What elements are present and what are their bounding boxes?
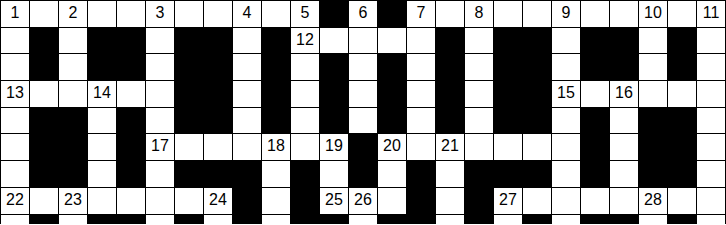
cell-r4c6[interactable] xyxy=(146,81,175,108)
cell-r9c16[interactable] xyxy=(436,215,465,225)
cell-r6c3-black xyxy=(59,134,88,161)
clue-number-5: 5 xyxy=(301,1,310,22)
cell-r8c25[interactable] xyxy=(697,188,726,215)
cell-r4c17[interactable] xyxy=(465,81,494,108)
cell-r1c7[interactable] xyxy=(175,1,204,28)
cell-r2c17[interactable] xyxy=(465,28,494,55)
cell-r1c23[interactable]: 10 xyxy=(639,1,668,28)
cell-r3c16-black xyxy=(436,54,465,81)
cell-r1c21[interactable] xyxy=(581,1,610,28)
cell-r5c5-black xyxy=(117,108,146,135)
cell-r8c19[interactable] xyxy=(523,188,552,215)
cell-r1c4[interactable] xyxy=(88,1,117,28)
cell-r4c11[interactable] xyxy=(291,81,320,108)
cell-r7c7-black xyxy=(175,161,204,188)
cell-r4c20[interactable]: 15 xyxy=(552,81,581,108)
cell-r8c11-black xyxy=(291,188,320,215)
cell-r7c16[interactable] xyxy=(436,161,465,188)
clue-number-25: 25 xyxy=(325,188,343,209)
cell-r6c2-black xyxy=(30,134,59,161)
cell-r4c2[interactable] xyxy=(30,81,59,108)
clue-number-19: 19 xyxy=(325,134,343,155)
cell-r7c1[interactable] xyxy=(1,161,30,188)
cell-r5c11[interactable] xyxy=(291,108,320,135)
cell-r7c15-black xyxy=(407,161,436,188)
cell-r4c21[interactable] xyxy=(581,81,610,108)
cell-r9c10[interactable] xyxy=(262,215,291,225)
cell-r3c12-black xyxy=(320,54,349,81)
cell-r3c10-black xyxy=(262,54,291,81)
cell-r8c20[interactable] xyxy=(552,188,581,215)
clue-number-16: 16 xyxy=(615,81,633,102)
clue-number-21: 21 xyxy=(441,134,459,155)
cell-r8c7[interactable] xyxy=(175,188,204,215)
cell-r6c18[interactable] xyxy=(494,134,523,161)
cell-r6c16[interactable]: 21 xyxy=(436,134,465,161)
cell-r2c5-black xyxy=(117,28,146,55)
cell-r3c3[interactable] xyxy=(59,54,88,81)
cell-r8c6[interactable] xyxy=(146,188,175,215)
cell-r5c20[interactable] xyxy=(552,108,581,135)
cell-r7c13-black xyxy=(349,161,378,188)
cell-r2c22-black xyxy=(610,28,639,55)
cell-r8c23[interactable]: 28 xyxy=(639,188,668,215)
cell-r3c17[interactable] xyxy=(465,54,494,81)
clue-number-24: 24 xyxy=(209,188,227,209)
cell-r1c25[interactable]: 11 xyxy=(697,1,726,28)
cell-r6c1[interactable] xyxy=(1,134,30,161)
clue-number-9: 9 xyxy=(562,1,571,22)
cell-r7c3-black xyxy=(59,161,88,188)
cell-r4c7-black xyxy=(175,81,204,108)
cell-r6c8[interactable] xyxy=(204,134,233,161)
cell-r8c9-black xyxy=(233,188,262,215)
cell-r8c2[interactable] xyxy=(30,188,59,215)
clue-number-8: 8 xyxy=(475,1,484,22)
cell-r4c8-black xyxy=(204,81,233,108)
cell-r1c1[interactable]: 1 xyxy=(1,1,30,28)
cell-r9c22-black xyxy=(610,215,639,225)
cell-r1c8[interactable] xyxy=(204,1,233,28)
cell-r2c23[interactable] xyxy=(639,28,668,55)
crossword-board: 1234567891011121314151617181920212223242… xyxy=(0,0,726,224)
cell-r2c19-black xyxy=(523,28,552,55)
cell-r6c11[interactable] xyxy=(291,134,320,161)
cell-r9c3[interactable] xyxy=(59,215,88,225)
cell-r6c21-black xyxy=(581,134,610,161)
cell-r3c20[interactable] xyxy=(552,54,581,81)
clue-number-28: 28 xyxy=(644,188,662,209)
cell-r6c13-black xyxy=(349,134,378,161)
cell-r9c11-black xyxy=(291,215,320,225)
cell-r3c2-black xyxy=(30,54,59,81)
cell-r4c18-black xyxy=(494,81,523,108)
cell-r3c5-black xyxy=(117,54,146,81)
cell-r8c5[interactable] xyxy=(117,188,146,215)
clue-number-22: 22 xyxy=(6,188,24,209)
cell-r5c6[interactable] xyxy=(146,108,175,135)
cell-r7c6[interactable] xyxy=(146,161,175,188)
cell-r1c6[interactable]: 3 xyxy=(146,1,175,28)
cell-r3c6[interactable] xyxy=(146,54,175,81)
cell-r3c1[interactable] xyxy=(1,54,30,81)
cell-r7c10[interactable] xyxy=(262,161,291,188)
crossword-grid: 1234567891011121314151617181920212223242… xyxy=(0,0,726,224)
cell-r3c15[interactable] xyxy=(407,54,436,81)
cell-r4c3[interactable] xyxy=(59,81,88,108)
cell-r5c15[interactable] xyxy=(407,108,436,135)
cell-r3c8-black xyxy=(204,54,233,81)
cell-r1c14-black xyxy=(378,1,407,28)
cell-r5c2-black xyxy=(30,108,59,135)
cell-r6c12[interactable]: 19 xyxy=(320,134,349,161)
clue-number-1: 1 xyxy=(11,1,20,22)
cell-r7c20[interactable] xyxy=(552,161,581,188)
cell-r7c11-black xyxy=(291,161,320,188)
cell-r9c5-black xyxy=(117,215,146,225)
clue-number-2: 2 xyxy=(69,1,78,22)
cell-r5c8-black xyxy=(204,108,233,135)
cell-r6c20[interactable] xyxy=(552,134,581,161)
cell-r9c12-black xyxy=(320,215,349,225)
cell-r1c18[interactable] xyxy=(494,1,523,28)
cell-r2c15[interactable] xyxy=(407,28,436,55)
cell-r6c10[interactable]: 18 xyxy=(262,134,291,161)
cell-r1c17[interactable]: 8 xyxy=(465,1,494,28)
cell-r3c24-black xyxy=(668,54,697,81)
cell-r9c18[interactable] xyxy=(494,215,523,225)
cell-r2c25[interactable] xyxy=(697,28,726,55)
cell-r5c13[interactable] xyxy=(349,108,378,135)
cell-r6c19[interactable] xyxy=(523,134,552,161)
cell-r2c13[interactable] xyxy=(349,28,378,55)
cell-r1c10[interactable] xyxy=(262,1,291,28)
cell-r7c22[interactable] xyxy=(610,161,639,188)
clue-number-11: 11 xyxy=(703,1,720,22)
cell-r2c14[interactable] xyxy=(378,28,407,55)
cell-r3c4-black xyxy=(88,54,117,81)
cell-r6c24-black xyxy=(668,134,697,161)
cell-r1c2[interactable] xyxy=(30,1,59,28)
cell-r8c12[interactable]: 25 xyxy=(320,188,349,215)
cell-r2c6[interactable] xyxy=(146,28,175,55)
cell-r7c23-black xyxy=(639,161,668,188)
clue-number-4: 4 xyxy=(243,1,252,22)
cell-r8c15-black xyxy=(407,188,436,215)
cell-r6c6[interactable]: 17 xyxy=(146,134,175,161)
cell-r5c16-black xyxy=(436,108,465,135)
cell-r9c15-black xyxy=(407,215,436,225)
cell-r3c9[interactable] xyxy=(233,54,262,81)
cell-r9c24-black xyxy=(668,215,697,225)
cell-r5c3-black xyxy=(59,108,88,135)
cell-r4c23[interactable] xyxy=(639,81,668,108)
cell-r5c18-black xyxy=(494,108,523,135)
cell-r4c19-black xyxy=(523,81,552,108)
cell-r9c9-black xyxy=(233,215,262,225)
cell-r2c20[interactable] xyxy=(552,28,581,55)
cell-r1c15[interactable]: 7 xyxy=(407,1,436,28)
cell-r2c24-black xyxy=(668,28,697,55)
cell-r3c23[interactable] xyxy=(639,54,668,81)
cell-r9c8[interactable] xyxy=(204,215,233,225)
cell-r5c7-black xyxy=(175,108,204,135)
cell-r1c5[interactable] xyxy=(117,1,146,28)
cell-r2c9[interactable] xyxy=(233,28,262,55)
cell-r6c9[interactable] xyxy=(233,134,262,161)
cell-r6c22[interactable] xyxy=(610,134,639,161)
cell-r3c18-black xyxy=(494,54,523,81)
clue-number-12: 12 xyxy=(296,28,314,49)
cell-r4c4[interactable]: 14 xyxy=(88,81,117,108)
clue-number-20: 20 xyxy=(383,134,401,155)
cell-r3c14-black xyxy=(378,54,407,81)
cell-r1c12-black xyxy=(320,1,349,28)
cell-r4c25[interactable] xyxy=(697,81,726,108)
cell-r2c16-black xyxy=(436,28,465,55)
cell-r9c14-black xyxy=(378,215,407,225)
cell-r6c15[interactable] xyxy=(407,134,436,161)
cell-r2c2-black xyxy=(30,28,59,55)
cell-r7c5-black xyxy=(117,161,146,188)
cell-r7c25[interactable] xyxy=(697,161,726,188)
cell-r8c18[interactable]: 27 xyxy=(494,188,523,215)
cell-r1c24[interactable] xyxy=(668,1,697,28)
cell-r4c12-black xyxy=(320,81,349,108)
cell-r5c21-black xyxy=(581,108,610,135)
cell-r3c13[interactable] xyxy=(349,54,378,81)
cell-r1c16[interactable] xyxy=(436,1,465,28)
cell-r2c18-black xyxy=(494,28,523,55)
cell-r3c22-black xyxy=(610,54,639,81)
cell-r5c19-black xyxy=(523,108,552,135)
cell-r1c19[interactable] xyxy=(523,1,552,28)
clue-number-17: 17 xyxy=(151,134,169,155)
clue-number-7: 7 xyxy=(417,1,426,22)
cell-r5c10-black xyxy=(262,108,291,135)
cell-r8c16[interactable] xyxy=(436,188,465,215)
cell-r8c8[interactable]: 24 xyxy=(204,188,233,215)
cell-r7c18-black xyxy=(494,161,523,188)
cell-r4c16-black xyxy=(436,81,465,108)
cell-r2c8-black xyxy=(204,28,233,55)
cell-r9c25[interactable] xyxy=(697,215,726,225)
cell-r9c4-black xyxy=(88,215,117,225)
cell-r5c9[interactable] xyxy=(233,108,262,135)
cell-r9c23[interactable] xyxy=(639,215,668,225)
cell-r4c24[interactable] xyxy=(668,81,697,108)
cell-r4c9[interactable] xyxy=(233,81,262,108)
cell-r4c14-black xyxy=(378,81,407,108)
cell-r2c11[interactable]: 12 xyxy=(291,28,320,55)
cell-r5c17[interactable] xyxy=(465,108,494,135)
clue-number-6: 6 xyxy=(359,1,368,22)
cell-r4c13[interactable] xyxy=(349,81,378,108)
cell-r9c21-black xyxy=(581,215,610,225)
cell-r9c2-black xyxy=(30,215,59,225)
cell-r1c22[interactable] xyxy=(610,1,639,28)
cell-r8c3[interactable]: 23 xyxy=(59,188,88,215)
cell-r8c14[interactable] xyxy=(378,188,407,215)
clue-number-18: 18 xyxy=(267,134,285,155)
cell-r7c4[interactable] xyxy=(88,161,117,188)
cell-r9c13[interactable] xyxy=(349,215,378,225)
clue-number-27: 27 xyxy=(499,188,517,209)
cell-r3c7-black xyxy=(175,54,204,81)
clue-number-14: 14 xyxy=(93,81,111,102)
cell-r7c9-black xyxy=(233,161,262,188)
cell-r1c20[interactable]: 9 xyxy=(552,1,581,28)
cell-r4c22[interactable]: 16 xyxy=(610,81,639,108)
cell-r6c7[interactable] xyxy=(175,134,204,161)
cell-r6c14[interactable]: 20 xyxy=(378,134,407,161)
cell-r7c2-black xyxy=(30,161,59,188)
cell-r1c13[interactable]: 6 xyxy=(349,1,378,28)
cell-r8c4[interactable] xyxy=(88,188,117,215)
clue-number-23: 23 xyxy=(64,188,82,209)
cell-r4c10-black xyxy=(262,81,291,108)
cell-r5c12-black xyxy=(320,108,349,135)
cell-r7c19-black xyxy=(523,161,552,188)
clue-number-15: 15 xyxy=(557,81,575,102)
clue-number-10: 10 xyxy=(644,1,662,22)
cell-r5c25[interactable] xyxy=(697,108,726,135)
cell-r3c19-black xyxy=(523,54,552,81)
cell-r1c9[interactable]: 4 xyxy=(233,1,262,28)
cell-r9c20[interactable] xyxy=(552,215,581,225)
cell-r2c1[interactable] xyxy=(1,28,30,55)
cell-r8c13[interactable]: 26 xyxy=(349,188,378,215)
cell-r7c12[interactable] xyxy=(320,161,349,188)
cell-r3c11[interactable] xyxy=(291,54,320,81)
cell-r8c10[interactable] xyxy=(262,188,291,215)
cell-r9c6[interactable] xyxy=(146,215,175,225)
clue-number-26: 26 xyxy=(354,188,372,209)
cell-r7c14[interactable] xyxy=(378,161,407,188)
cell-r2c3[interactable] xyxy=(59,28,88,55)
cell-r7c17-black xyxy=(465,161,494,188)
cell-r9c19-black xyxy=(523,215,552,225)
cell-r1c11[interactable]: 5 xyxy=(291,1,320,28)
cell-r8c1[interactable]: 22 xyxy=(1,188,30,215)
cell-r2c4-black xyxy=(88,28,117,55)
cell-r7c24-black xyxy=(668,161,697,188)
cell-r5c24-black xyxy=(668,108,697,135)
cell-r4c15[interactable] xyxy=(407,81,436,108)
cell-r9c7-black xyxy=(175,215,204,225)
cell-r8c21[interactable] xyxy=(581,188,610,215)
cell-r7c8-black xyxy=(204,161,233,188)
cell-r6c5-black xyxy=(117,134,146,161)
cell-r6c23-black xyxy=(639,134,668,161)
cell-r8c24[interactable] xyxy=(668,188,697,215)
cell-r2c10-black xyxy=(262,28,291,55)
cell-r3c21-black xyxy=(581,54,610,81)
cell-r6c17[interactable] xyxy=(465,134,494,161)
cell-r9c17-black xyxy=(465,215,494,225)
cell-r6c4[interactable] xyxy=(88,134,117,161)
cell-r5c4[interactable] xyxy=(88,108,117,135)
cell-r7c21-black xyxy=(581,161,610,188)
cell-r8c22[interactable] xyxy=(610,188,639,215)
cell-r8c17-black xyxy=(465,188,494,215)
cell-r5c14-black xyxy=(378,108,407,135)
cell-r6c25[interactable] xyxy=(697,134,726,161)
cell-r4c1[interactable]: 13 xyxy=(1,81,30,108)
cell-r4c5[interactable] xyxy=(117,81,146,108)
clue-number-3: 3 xyxy=(156,1,165,22)
cell-r5c23-black xyxy=(639,108,668,135)
cell-r3c25[interactable] xyxy=(697,54,726,81)
cell-r9c1[interactable] xyxy=(1,215,30,225)
clue-number-13: 13 xyxy=(6,81,24,102)
cell-r2c7-black xyxy=(175,28,204,55)
cell-r5c22[interactable] xyxy=(610,108,639,135)
cell-r2c12[interactable] xyxy=(320,28,349,55)
cell-r1c3[interactable]: 2 xyxy=(59,1,88,28)
cell-r2c21-black xyxy=(581,28,610,55)
cell-r5c1[interactable] xyxy=(1,108,30,135)
